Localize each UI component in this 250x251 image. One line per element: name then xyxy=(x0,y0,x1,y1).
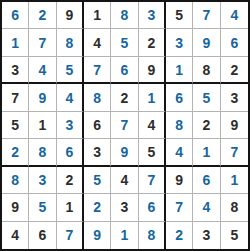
sudoku-cell[interactable]: 2 xyxy=(221,57,248,84)
sudoku-cell[interactable]: 6 xyxy=(221,29,248,56)
sudoku-cell[interactable]: 4 xyxy=(29,57,56,84)
sudoku-cell[interactable]: 6 xyxy=(166,84,193,111)
sudoku-cell[interactable]: 9 xyxy=(29,84,56,111)
sudoku-cell[interactable]: 6 xyxy=(111,57,138,84)
sudoku-cell[interactable]: 5 xyxy=(2,112,29,139)
sudoku-cell[interactable]: 8 xyxy=(111,2,138,29)
sudoku-cell[interactable]: 3 xyxy=(57,112,84,139)
sudoku-cell[interactable]: 4 xyxy=(111,167,138,194)
sudoku-cell[interactable]: 6 xyxy=(139,194,166,221)
sudoku-cell[interactable]: 1 xyxy=(193,139,220,166)
sudoku-cell[interactable]: 1 xyxy=(84,2,111,29)
sudoku-cell[interactable]: 9 xyxy=(111,139,138,166)
sudoku-cell[interactable]: 2 xyxy=(2,139,29,166)
sudoku-cell[interactable]: 9 xyxy=(193,29,220,56)
sudoku-cell[interactable]: 8 xyxy=(221,194,248,221)
sudoku-cell[interactable]: 3 xyxy=(111,194,138,221)
sudoku-cell[interactable]: 6 xyxy=(57,139,84,166)
sudoku-cell[interactable]: 2 xyxy=(166,222,193,249)
sudoku-cell[interactable]: 5 xyxy=(193,84,220,111)
sudoku-cell[interactable]: 2 xyxy=(57,167,84,194)
sudoku-cell[interactable]: 9 xyxy=(2,194,29,221)
sudoku-cell[interactable]: 5 xyxy=(84,167,111,194)
sudoku-cell[interactable]: 1 xyxy=(57,194,84,221)
sudoku-cell[interactable]: 3 xyxy=(84,139,111,166)
sudoku-cell[interactable]: 9 xyxy=(166,167,193,194)
sudoku-cell[interactable]: 7 xyxy=(2,84,29,111)
sudoku-cell[interactable]: 8 xyxy=(139,222,166,249)
sudoku-cell[interactable]: 5 xyxy=(221,222,248,249)
sudoku-cell[interactable]: 7 xyxy=(221,139,248,166)
sudoku-cell[interactable]: 2 xyxy=(29,2,56,29)
sudoku-cell[interactable]: 5 xyxy=(111,29,138,56)
sudoku-cell[interactable]: 4 xyxy=(57,84,84,111)
sudoku-cell[interactable]: 7 xyxy=(139,167,166,194)
sudoku-cell[interactable]: 1 xyxy=(166,57,193,84)
sudoku-cell[interactable]: 4 xyxy=(221,2,248,29)
sudoku-cell[interactable]: 4 xyxy=(139,112,166,139)
sudoku-cell[interactable]: 9 xyxy=(57,2,84,29)
sudoku-cell[interactable]: 4 xyxy=(2,222,29,249)
sudoku-cell[interactable]: 9 xyxy=(139,57,166,84)
sudoku-cell[interactable]: 8 xyxy=(29,139,56,166)
sudoku-cell[interactable]: 3 xyxy=(139,2,166,29)
sudoku-cell[interactable]: 8 xyxy=(84,84,111,111)
sudoku-cell[interactable]: 7 xyxy=(57,222,84,249)
sudoku-cell[interactable]: 8 xyxy=(193,57,220,84)
sudoku-cell[interactable]: 2 xyxy=(139,29,166,56)
sudoku-cell[interactable]: 6 xyxy=(29,222,56,249)
sudoku-cell[interactable]: 7 xyxy=(29,29,56,56)
sudoku-cell[interactable]: 6 xyxy=(84,112,111,139)
sudoku-cell[interactable]: 2 xyxy=(111,84,138,111)
sudoku-cell[interactable]: 3 xyxy=(193,222,220,249)
sudoku-cell[interactable]: 6 xyxy=(193,167,220,194)
sudoku-cell[interactable]: 7 xyxy=(84,57,111,84)
sudoku-cell[interactable]: 6 xyxy=(2,2,29,29)
sudoku-cell[interactable]: 7 xyxy=(193,2,220,29)
sudoku-cell[interactable]: 8 xyxy=(57,29,84,56)
sudoku-cell[interactable]: 1 xyxy=(2,29,29,56)
sudoku-cell[interactable]: 5 xyxy=(29,194,56,221)
sudoku-cell[interactable]: 2 xyxy=(193,112,220,139)
sudoku-cell[interactable]: 1 xyxy=(221,167,248,194)
sudoku-cell[interactable]: 4 xyxy=(193,194,220,221)
sudoku-board: 6291835741784523963457691827948216535136… xyxy=(0,0,250,251)
sudoku-cell[interactable]: 9 xyxy=(221,112,248,139)
sudoku-cell[interactable]: 4 xyxy=(166,139,193,166)
sudoku-cell[interactable]: 3 xyxy=(29,167,56,194)
sudoku-cell[interactable]: 7 xyxy=(111,112,138,139)
sudoku-cell[interactable]: 3 xyxy=(221,84,248,111)
sudoku-cell[interactable]: 8 xyxy=(166,112,193,139)
sudoku-cell[interactable]: 1 xyxy=(139,84,166,111)
sudoku-cell[interactable]: 5 xyxy=(139,139,166,166)
sudoku-cell[interactable]: 3 xyxy=(2,57,29,84)
sudoku-cell[interactable]: 7 xyxy=(166,194,193,221)
sudoku-cell[interactable]: 8 xyxy=(2,167,29,194)
sudoku-cell[interactable]: 4 xyxy=(84,29,111,56)
sudoku-cell[interactable]: 2 xyxy=(84,194,111,221)
sudoku-cell[interactable]: 5 xyxy=(57,57,84,84)
sudoku-cell[interactable]: 9 xyxy=(84,222,111,249)
sudoku-cell[interactable]: 1 xyxy=(111,222,138,249)
sudoku-cell[interactable]: 5 xyxy=(166,2,193,29)
sudoku-cell[interactable]: 1 xyxy=(29,112,56,139)
sudoku-cell[interactable]: 3 xyxy=(166,29,193,56)
